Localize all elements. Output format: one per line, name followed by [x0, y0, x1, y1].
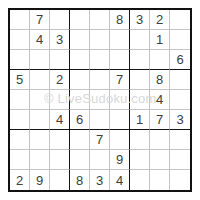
- cell-r8c1[interactable]: [10, 150, 30, 170]
- cell-r1c1[interactable]: [10, 10, 30, 30]
- cell-r6c2[interactable]: [30, 110, 50, 130]
- given-digit: 3: [96, 174, 103, 187]
- cell-r7c4[interactable]: [70, 130, 90, 150]
- cell-r4c5[interactable]: [90, 70, 110, 90]
- cell-r2c7[interactable]: [130, 30, 150, 50]
- cell-r2c3[interactable]: 3: [50, 30, 70, 50]
- cell-r3c8[interactable]: [150, 50, 170, 70]
- cell-r5c7[interactable]: [130, 90, 150, 110]
- cell-r8c6[interactable]: 9: [110, 150, 130, 170]
- cell-r4c6[interactable]: 7: [110, 70, 130, 90]
- cell-r7c1[interactable]: [10, 130, 30, 150]
- cell-r7c8[interactable]: [150, 130, 170, 150]
- cell-r1c4[interactable]: [70, 10, 90, 30]
- cell-r1c3[interactable]: [50, 10, 70, 30]
- given-digit: 8: [76, 174, 83, 187]
- cell-r2c4[interactable]: [70, 30, 90, 50]
- given-digit: 7: [96, 133, 103, 146]
- given-digit: 5: [16, 73, 23, 86]
- cell-r8c9[interactable]: [170, 150, 190, 170]
- cell-r4c9[interactable]: [170, 70, 190, 90]
- cell-r8c4[interactable]: [70, 150, 90, 170]
- cell-r5c8[interactable]: 4: [150, 90, 170, 110]
- cell-r9c7[interactable]: [130, 170, 150, 190]
- cell-r3c6[interactable]: [110, 50, 130, 70]
- cell-r9c3[interactable]: [50, 170, 70, 190]
- given-digit: 4: [156, 93, 163, 106]
- cell-r5c4[interactable]: [70, 90, 90, 110]
- cell-r4c4[interactable]: [70, 70, 90, 90]
- cell-r9c6[interactable]: 4: [110, 170, 130, 190]
- cell-r8c5[interactable]: [90, 150, 110, 170]
- given-digit: 7: [36, 13, 43, 26]
- given-digit: 6: [176, 53, 183, 66]
- cell-r3c9[interactable]: 6: [170, 50, 190, 70]
- cell-r5c2[interactable]: [30, 90, 50, 110]
- cell-r4c1[interactable]: 5: [10, 70, 30, 90]
- cell-r1c5[interactable]: [90, 10, 110, 30]
- cell-r6c5[interactable]: [90, 110, 110, 130]
- cell-r2c9[interactable]: [170, 30, 190, 50]
- given-digit: 3: [56, 33, 63, 46]
- sudoku-grid: 7832431652784461737929834: [8, 8, 192, 192]
- given-digit: 4: [36, 33, 43, 46]
- cell-r2c6[interactable]: [110, 30, 130, 50]
- cell-r9c9[interactable]: [170, 170, 190, 190]
- cell-r5c5[interactable]: [90, 90, 110, 110]
- given-digit: 8: [156, 73, 163, 86]
- cell-r9c4[interactable]: 8: [70, 170, 90, 190]
- given-digit: 1: [156, 33, 163, 46]
- cell-r6c6[interactable]: [110, 110, 130, 130]
- given-digit: 2: [156, 13, 163, 26]
- cell-r3c2[interactable]: [30, 50, 50, 70]
- cell-r7c3[interactable]: [50, 130, 70, 150]
- cell-r6c9[interactable]: 3: [170, 110, 190, 130]
- cell-r9c8[interactable]: [150, 170, 170, 190]
- given-digit: 2: [16, 174, 23, 187]
- given-digit: 7: [116, 73, 123, 86]
- given-digit: 9: [36, 174, 43, 187]
- cell-r5c6[interactable]: [110, 90, 130, 110]
- cell-r9c2[interactable]: 9: [30, 170, 50, 190]
- given-digit: 6: [76, 113, 83, 126]
- cell-r3c3[interactable]: [50, 50, 70, 70]
- cell-r2c8[interactable]: 1: [150, 30, 170, 50]
- cell-r1c6[interactable]: 8: [110, 10, 130, 30]
- cell-r7c7[interactable]: [130, 130, 150, 150]
- cell-r4c7[interactable]: [130, 70, 150, 90]
- given-digit: 8: [116, 13, 123, 26]
- cell-r1c7[interactable]: 3: [130, 10, 150, 30]
- cell-r3c7[interactable]: [130, 50, 150, 70]
- given-digit: 3: [136, 13, 143, 26]
- cell-r4c8[interactable]: 8: [150, 70, 170, 90]
- given-digit: 2: [56, 73, 63, 86]
- cell-r7c6[interactable]: [110, 130, 130, 150]
- cell-r6c7[interactable]: 1: [130, 110, 150, 130]
- given-digit: 1: [136, 113, 143, 126]
- given-digit: 7: [156, 113, 163, 126]
- cell-r8c7[interactable]: [130, 150, 150, 170]
- cell-r3c5[interactable]: [90, 50, 110, 70]
- cell-r9c1[interactable]: 2: [10, 170, 30, 190]
- cell-r7c5[interactable]: 7: [90, 130, 110, 150]
- cell-r2c2[interactable]: 4: [30, 30, 50, 50]
- cell-r1c2[interactable]: 7: [30, 10, 50, 30]
- cell-r6c4[interactable]: 6: [70, 110, 90, 130]
- cell-r8c8[interactable]: [150, 150, 170, 170]
- cell-r2c1[interactable]: [10, 30, 30, 50]
- cell-r6c3[interactable]: 4: [50, 110, 70, 130]
- cell-r6c8[interactable]: 7: [150, 110, 170, 130]
- cell-r4c2[interactable]: [30, 70, 50, 90]
- cell-r5c1[interactable]: [10, 90, 30, 110]
- cell-r3c1[interactable]: [10, 50, 30, 70]
- cell-r1c8[interactable]: 2: [150, 10, 170, 30]
- cell-r7c2[interactable]: [30, 130, 50, 150]
- cell-r9c5[interactable]: 3: [90, 170, 110, 190]
- given-digit: 3: [176, 113, 183, 126]
- cell-r5c9[interactable]: [170, 90, 190, 110]
- sudoku-board: 7832431652784461737929834 © LiveSudoku.c…: [8, 8, 192, 192]
- given-digit: 4: [56, 113, 63, 126]
- cell-r8c3[interactable]: [50, 150, 70, 170]
- cell-r5c3[interactable]: [50, 90, 70, 110]
- cell-r6c1[interactable]: [10, 110, 30, 130]
- cell-r1c9[interactable]: [170, 10, 190, 30]
- cell-r3c4[interactable]: [70, 50, 90, 70]
- cell-r4c3[interactable]: 2: [50, 70, 70, 90]
- cell-r2c5[interactable]: [90, 30, 110, 50]
- given-digit: 4: [116, 174, 123, 187]
- cell-r7c9[interactable]: [170, 130, 190, 150]
- cell-r8c2[interactable]: [30, 150, 50, 170]
- given-digit: 9: [116, 153, 123, 166]
